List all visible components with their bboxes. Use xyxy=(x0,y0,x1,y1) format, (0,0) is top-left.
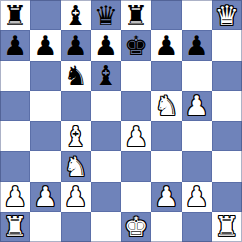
square-h6[interactable] xyxy=(212,61,242,91)
square-h2[interactable] xyxy=(212,182,242,212)
square-c8[interactable]: ♝ xyxy=(61,0,91,30)
square-e6[interactable] xyxy=(121,61,151,91)
square-b8[interactable] xyxy=(30,0,60,30)
piece-white-pawn: ♟ xyxy=(154,183,178,210)
piece-black-king: ♚ xyxy=(124,32,148,59)
square-g8[interactable] xyxy=(182,0,212,30)
square-c7[interactable]: ♟ xyxy=(61,30,91,60)
square-b3[interactable] xyxy=(30,151,60,181)
square-b7[interactable]: ♟ xyxy=(30,30,60,60)
square-f8[interactable] xyxy=(151,0,181,30)
square-g3[interactable] xyxy=(182,151,212,181)
square-a2[interactable]: ♟ xyxy=(0,182,30,212)
square-g4[interactable] xyxy=(182,121,212,151)
square-d2[interactable] xyxy=(91,182,121,212)
square-f6[interactable] xyxy=(151,61,181,91)
square-f4[interactable] xyxy=(151,121,181,151)
square-d6[interactable]: ♝ xyxy=(91,61,121,91)
square-b5[interactable] xyxy=(30,91,60,121)
piece-white-pawn: ♟ xyxy=(185,92,209,119)
square-d3[interactable] xyxy=(91,151,121,181)
square-d5[interactable] xyxy=(91,91,121,121)
square-a4[interactable] xyxy=(0,121,30,151)
piece-white-knight: ♞ xyxy=(64,153,88,180)
piece-black-bishop: ♝ xyxy=(94,62,118,89)
square-a7[interactable]: ♟ xyxy=(0,30,30,60)
square-e8[interactable]: ♜ xyxy=(121,0,151,30)
piece-black-rook: ♜ xyxy=(124,2,148,29)
piece-white-pawn: ♟ xyxy=(64,183,88,210)
square-a1[interactable]: ♜ xyxy=(0,212,30,242)
square-d1[interactable] xyxy=(91,212,121,242)
square-e4[interactable]: ♟ xyxy=(121,121,151,151)
square-h8[interactable]: ♛ xyxy=(212,0,242,30)
square-e2[interactable] xyxy=(121,182,151,212)
square-f2[interactable]: ♟ xyxy=(151,182,181,212)
square-h7[interactable] xyxy=(212,30,242,60)
chess-board: ♜♝♛♜♛♟♟♟♟♚♟♟♞♝♞♟♝♟♞♟♟♟♟♟♜♚♜ xyxy=(0,0,242,242)
square-b6[interactable] xyxy=(30,61,60,91)
square-a5[interactable] xyxy=(0,91,30,121)
piece-black-pawn: ♟ xyxy=(154,32,178,59)
piece-white-queen: ♛ xyxy=(215,2,239,29)
piece-black-pawn: ♟ xyxy=(3,32,27,59)
square-g6[interactable] xyxy=(182,61,212,91)
square-h1[interactable]: ♜ xyxy=(212,212,242,242)
square-c4[interactable]: ♝ xyxy=(61,121,91,151)
piece-white-pawn: ♟ xyxy=(3,183,27,210)
piece-black-queen: ♛ xyxy=(94,2,118,29)
square-f1[interactable] xyxy=(151,212,181,242)
piece-white-pawn: ♟ xyxy=(124,123,148,150)
piece-white-pawn: ♟ xyxy=(185,183,209,210)
piece-black-pawn: ♟ xyxy=(64,32,88,59)
piece-white-knight: ♞ xyxy=(154,92,178,119)
square-h3[interactable] xyxy=(212,151,242,181)
piece-black-bishop: ♝ xyxy=(64,2,88,29)
square-e7[interactable]: ♚ xyxy=(121,30,151,60)
square-c1[interactable] xyxy=(61,212,91,242)
square-a8[interactable]: ♜ xyxy=(0,0,30,30)
square-a3[interactable] xyxy=(0,151,30,181)
square-c2[interactable]: ♟ xyxy=(61,182,91,212)
square-g2[interactable]: ♟ xyxy=(182,182,212,212)
square-f3[interactable] xyxy=(151,151,181,181)
square-f7[interactable]: ♟ xyxy=(151,30,181,60)
square-a6[interactable] xyxy=(0,61,30,91)
piece-black-pawn: ♟ xyxy=(33,32,57,59)
piece-white-king: ♚ xyxy=(124,213,148,240)
piece-white-rook: ♜ xyxy=(215,213,239,240)
square-e5[interactable] xyxy=(121,91,151,121)
square-f5[interactable]: ♞ xyxy=(151,91,181,121)
square-c3[interactable]: ♞ xyxy=(61,151,91,181)
square-e3[interactable] xyxy=(121,151,151,181)
square-b4[interactable] xyxy=(30,121,60,151)
square-h4[interactable] xyxy=(212,121,242,151)
square-b2[interactable]: ♟ xyxy=(30,182,60,212)
piece-black-pawn: ♟ xyxy=(94,32,118,59)
piece-black-knight: ♞ xyxy=(64,62,88,89)
square-d4[interactable] xyxy=(91,121,121,151)
square-g7[interactable]: ♟ xyxy=(182,30,212,60)
square-e1[interactable]: ♚ xyxy=(121,212,151,242)
square-c6[interactable]: ♞ xyxy=(61,61,91,91)
square-d8[interactable]: ♛ xyxy=(91,0,121,30)
square-h5[interactable] xyxy=(212,91,242,121)
square-b1[interactable] xyxy=(30,212,60,242)
piece-white-rook: ♜ xyxy=(3,213,27,240)
piece-black-pawn: ♟ xyxy=(185,32,209,59)
square-g1[interactable] xyxy=(182,212,212,242)
square-c5[interactable] xyxy=(61,91,91,121)
piece-white-bishop: ♝ xyxy=(64,123,88,150)
piece-black-rook: ♜ xyxy=(3,2,27,29)
square-g5[interactable]: ♟ xyxy=(182,91,212,121)
piece-white-pawn: ♟ xyxy=(33,183,57,210)
square-d7[interactable]: ♟ xyxy=(91,30,121,60)
